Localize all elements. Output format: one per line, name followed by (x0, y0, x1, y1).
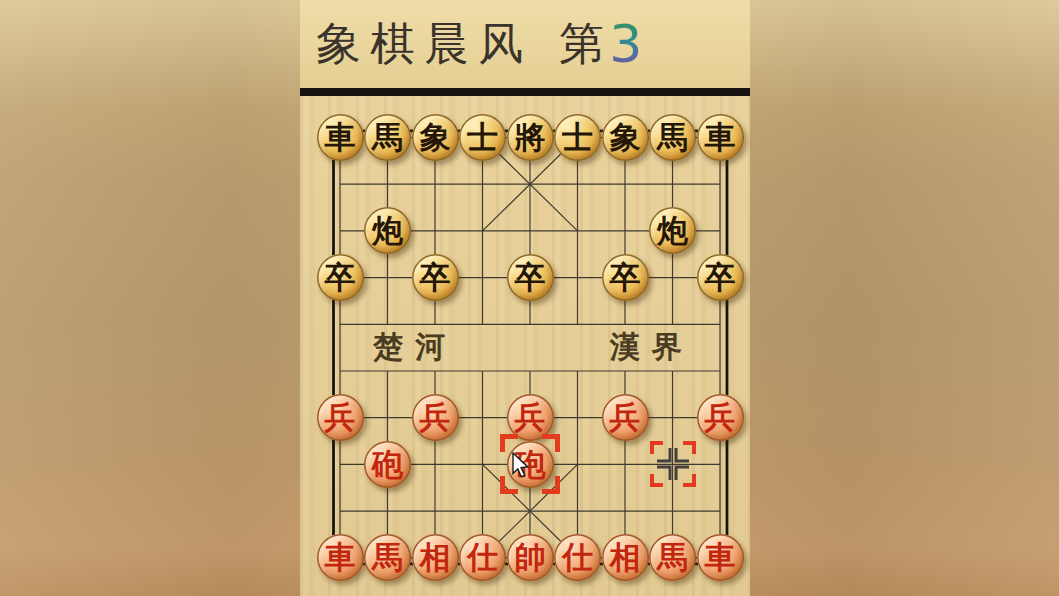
title-banner: 象棋晨风 第 3 (300, 0, 750, 96)
content-panel: 象棋晨风 第 3 楚河 漢界 車馬象士將士象馬車炮炮卒卒卒卒卒兵兵兵兵兵砲砲車馬… (300, 0, 750, 596)
piece-red-horse[interactable]: 馬 (364, 534, 411, 581)
piece-black-horse[interactable]: 馬 (364, 114, 411, 161)
piece-black-soldier[interactable]: 卒 (412, 254, 459, 301)
piece-red-cannon[interactable]: 砲 (507, 441, 554, 488)
piece-black-chariot[interactable]: 車 (317, 114, 364, 161)
piece-black-soldier[interactable]: 卒 (697, 254, 744, 301)
episode-prefix: 第 (559, 17, 604, 70)
piece-red-elephant[interactable]: 相 (412, 534, 459, 581)
episode-number: 3 (609, 14, 642, 74)
piece-red-soldier[interactable]: 兵 (412, 394, 459, 441)
piece-red-advisor[interactable]: 仕 (554, 534, 601, 581)
piece-black-chariot[interactable]: 車 (697, 114, 744, 161)
piece-red-advisor[interactable]: 仕 (459, 534, 506, 581)
piece-red-chariot[interactable]: 車 (317, 534, 364, 581)
piece-red-elephant[interactable]: 相 (602, 534, 649, 581)
piece-red-horse[interactable]: 馬 (649, 534, 696, 581)
title-line: 象棋晨风 第 3 (316, 14, 642, 74)
piece-red-soldier[interactable]: 兵 (507, 394, 554, 441)
piece-red-general[interactable]: 帥 (507, 534, 554, 581)
piece-black-horse[interactable]: 馬 (649, 114, 696, 161)
piece-black-soldier[interactable]: 卒 (317, 254, 364, 301)
piece-black-soldier[interactable]: 卒 (602, 254, 649, 301)
piece-black-advisor[interactable]: 士 (459, 114, 506, 161)
piece-red-cannon[interactable]: 砲 (364, 441, 411, 488)
piece-black-advisor[interactable]: 士 (554, 114, 601, 161)
river-label-right: 漢界 (610, 327, 694, 368)
river-label-left: 楚河 (373, 327, 457, 368)
app-title: 象棋晨风 (316, 17, 532, 70)
piece-black-soldier[interactable]: 卒 (507, 254, 554, 301)
piece-black-elephant[interactable]: 象 (412, 114, 459, 161)
piece-black-elephant[interactable]: 象 (602, 114, 649, 161)
piece-red-chariot[interactable]: 車 (697, 534, 744, 581)
piece-red-soldier[interactable]: 兵 (602, 394, 649, 441)
piece-red-soldier[interactable]: 兵 (317, 394, 364, 441)
xiangqi-board[interactable]: 楚河 漢界 車馬象士將士象馬車炮炮卒卒卒卒卒兵兵兵兵兵砲砲車馬相仕帥仕相馬車 (300, 96, 750, 596)
piece-black-general[interactable]: 將 (507, 114, 554, 161)
piece-red-soldier[interactable]: 兵 (697, 394, 744, 441)
